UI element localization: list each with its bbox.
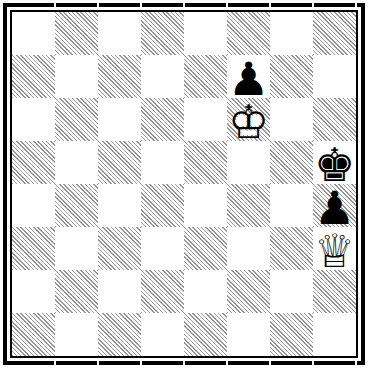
square-f1[interactable]: [227, 313, 270, 356]
square-e8[interactable]: [184, 12, 227, 55]
chess-board: ♟♚♔♚♟♛♕: [12, 12, 356, 356]
square-d1[interactable]: [141, 313, 184, 356]
square-g8[interactable]: [270, 12, 313, 55]
frame-right-border: [361, 7, 365, 361]
square-c6[interactable]: [98, 98, 141, 141]
chess-diagram: ♟♚♔♚♟♛♕: [3, 3, 365, 365]
square-d8[interactable]: [141, 12, 184, 55]
square-a6[interactable]: [12, 98, 55, 141]
square-d7[interactable]: [141, 55, 184, 98]
square-f3[interactable]: [227, 227, 270, 270]
piece-white-queen[interactable]: ♛♕: [314, 228, 355, 274]
square-g4[interactable]: [270, 184, 313, 227]
square-b4[interactable]: [55, 184, 98, 227]
square-a4[interactable]: [12, 184, 55, 227]
square-b3[interactable]: [55, 227, 98, 270]
square-b6[interactable]: [55, 98, 98, 141]
piece-white-king[interactable]: ♚♔: [228, 99, 269, 145]
square-f5[interactable]: [227, 141, 270, 184]
square-d2[interactable]: [141, 270, 184, 313]
square-h4[interactable]: ♟: [313, 184, 356, 227]
square-h6[interactable]: [313, 98, 356, 141]
square-g6[interactable]: [270, 98, 313, 141]
square-f6[interactable]: ♚♔: [227, 98, 270, 141]
square-c7[interactable]: [98, 55, 141, 98]
square-b7[interactable]: [55, 55, 98, 98]
frame-gap: ♟♚♔♚♟♛♕: [7, 7, 361, 361]
square-h1[interactable]: [313, 313, 356, 356]
frame-inner-border: ♟♚♔♚♟♛♕: [10, 10, 358, 358]
square-e4[interactable]: [184, 184, 227, 227]
square-h8[interactable]: [313, 12, 356, 55]
square-e7[interactable]: [184, 55, 227, 98]
square-h3[interactable]: ♛♕: [313, 227, 356, 270]
square-b5[interactable]: [55, 141, 98, 184]
square-b1[interactable]: [55, 313, 98, 356]
square-f2[interactable]: [227, 270, 270, 313]
square-a1[interactable]: [12, 313, 55, 356]
frame-bottom-border: [3, 361, 365, 365]
square-d6[interactable]: [141, 98, 184, 141]
square-d4[interactable]: [141, 184, 184, 227]
square-e3[interactable]: [184, 227, 227, 270]
square-b8[interactable]: [55, 12, 98, 55]
square-a7[interactable]: [12, 55, 55, 98]
square-g1[interactable]: [270, 313, 313, 356]
square-g5[interactable]: [270, 141, 313, 184]
square-e6[interactable]: [184, 98, 227, 141]
square-f7[interactable]: ♟: [227, 55, 270, 98]
square-a2[interactable]: [12, 270, 55, 313]
square-a8[interactable]: [12, 12, 55, 55]
square-d3[interactable]: [141, 227, 184, 270]
square-a3[interactable]: [12, 227, 55, 270]
square-g7[interactable]: [270, 55, 313, 98]
square-d5[interactable]: [141, 141, 184, 184]
square-a5[interactable]: [12, 141, 55, 184]
square-g3[interactable]: [270, 227, 313, 270]
square-e2[interactable]: [184, 270, 227, 313]
square-h2[interactable]: [313, 270, 356, 313]
square-c5[interactable]: [98, 141, 141, 184]
square-b2[interactable]: [55, 270, 98, 313]
square-g2[interactable]: [270, 270, 313, 313]
square-h7[interactable]: [313, 55, 356, 98]
square-c4[interactable]: [98, 184, 141, 227]
square-f8[interactable]: [227, 12, 270, 55]
square-e5[interactable]: [184, 141, 227, 184]
square-h5[interactable]: ♚: [313, 141, 356, 184]
square-c2[interactable]: [98, 270, 141, 313]
square-c8[interactable]: [98, 12, 141, 55]
square-f4[interactable]: [227, 184, 270, 227]
square-e1[interactable]: [184, 313, 227, 356]
square-c3[interactable]: [98, 227, 141, 270]
square-c1[interactable]: [98, 313, 141, 356]
